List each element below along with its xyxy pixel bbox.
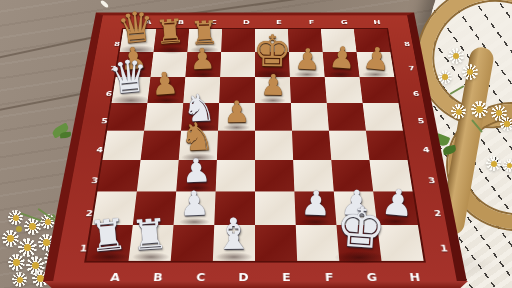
square-h5[interactable]: [363, 103, 403, 131]
file-label-top-G: G: [340, 19, 348, 26]
piece-black-rook-b8[interactable]: ♜: [154, 15, 186, 50]
square-f5[interactable]: [291, 103, 329, 131]
square-e1[interactable]: [255, 225, 297, 261]
square-a5[interactable]: [107, 103, 147, 131]
square-a4[interactable]: [102, 131, 144, 160]
rank-label-right-3: 3: [427, 175, 436, 185]
daisy-flower-icon: [2, 230, 19, 247]
square-c1[interactable]: [171, 225, 215, 261]
daisy-flower-icon: [471, 101, 488, 118]
square-b4[interactable]: [141, 131, 181, 160]
piece-black-pawn-b6[interactable]: ♟: [151, 68, 180, 100]
daisy-flower-icon: [462, 64, 478, 80]
piece-black-pawn-e6[interactable]: ♟: [260, 71, 286, 100]
piece-white-rook-b1[interactable]: ♜: [130, 214, 170, 258]
square-g6[interactable]: [325, 77, 363, 103]
rank-label-right-7: 7: [408, 64, 415, 72]
square-f1[interactable]: [296, 225, 340, 261]
square-e4[interactable]: [255, 131, 293, 160]
square-e3[interactable]: [255, 160, 294, 191]
square-f6[interactable]: [290, 77, 327, 103]
rank-label-right-1: 1: [439, 242, 448, 253]
daisy-flower-icon: [486, 156, 501, 171]
piece-black-pawn-f7[interactable]: ♟: [294, 45, 321, 75]
square-d3[interactable]: [216, 160, 255, 191]
rank-label-left-5: 5: [101, 116, 109, 124]
square-d7[interactable]: [220, 52, 255, 77]
square-f4[interactable]: [292, 131, 331, 160]
piece-white-pawn-f2[interactable]: ♟: [300, 187, 332, 222]
piece-white-king-g1[interactable]: ♚: [334, 199, 388, 258]
square-d4[interactable]: [217, 131, 255, 160]
piece-black-pawn-d5[interactable]: ♟: [223, 97, 250, 127]
square-d8[interactable]: [221, 29, 255, 52]
piece-white-pawn-c2[interactable]: ♟: [178, 187, 210, 222]
square-g4[interactable]: [329, 131, 369, 160]
square-h4[interactable]: [366, 131, 408, 160]
file-label-top-E: E: [276, 19, 282, 26]
square-g5[interactable]: [327, 103, 366, 131]
daisy-flower-icon: [503, 159, 512, 172]
rank-label-left-3: 3: [90, 175, 99, 185]
square-b3[interactable]: [137, 160, 179, 191]
piece-white-rook-a1[interactable]: ♜: [86, 212, 128, 258]
rank-label-right-4: 4: [422, 145, 430, 154]
daisy-flower-icon: [451, 104, 466, 119]
square-a3[interactable]: [97, 160, 140, 191]
piece-black-pawn-h7[interactable]: ♟: [362, 42, 392, 75]
rank-label-left-4: 4: [96, 145, 104, 154]
file-label-top-H: H: [373, 19, 381, 26]
rank-label-left-1: 1: [79, 242, 88, 253]
square-b5[interactable]: [144, 103, 183, 131]
flower-bud-icon: [16, 226, 22, 232]
rank-label-right-6: 6: [412, 89, 420, 97]
rank-label-right-2: 2: [433, 208, 442, 218]
rank-label-right-8: 8: [403, 40, 410, 47]
file-label-top-F: F: [308, 19, 314, 26]
piece-white-bishop-d1[interactable]: ♝: [214, 213, 253, 257]
rank-label-right-5: 5: [417, 116, 425, 124]
daisy-flower-icon: [500, 117, 512, 131]
daisy-flower-icon: [438, 70, 452, 84]
piece-black-pawn-c7[interactable]: ♟: [189, 45, 216, 75]
piece-white-queen-a6[interactable]: ♛: [107, 53, 151, 101]
piece-black-pawn-g7[interactable]: ♟: [328, 43, 356, 74]
daisy-flower-icon: [448, 48, 464, 64]
square-e5[interactable]: [255, 103, 292, 131]
square-e2[interactable]: [255, 191, 296, 225]
chess-app-screen: AA88BB77CC66DD55EE44FF33GG22HH11 ♛♜♜♟♟♚♟…: [0, 0, 512, 288]
board-front-edge: [44, 281, 468, 288]
file-label-top-D: D: [243, 19, 250, 26]
square-h6[interactable]: [359, 77, 398, 103]
